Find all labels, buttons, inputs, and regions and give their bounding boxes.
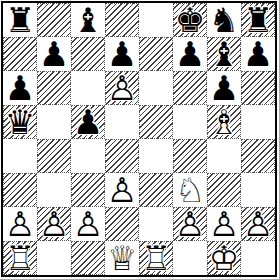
square-h2[interactable]: ♙: [241, 207, 275, 241]
black-knight-g8[interactable]: ♞: [209, 3, 239, 37]
white-rook-a1[interactable]: ♖: [5, 241, 35, 275]
square-e4[interactable]: [139, 139, 173, 173]
square-c1[interactable]: [71, 241, 105, 275]
square-c6[interactable]: [71, 71, 105, 105]
white-pawn-d3[interactable]: ♙: [107, 173, 137, 207]
square-h8[interactable]: ♜: [241, 3, 275, 37]
black-queen-a5[interactable]: ♛: [5, 105, 35, 139]
white-queen-d1[interactable]: ♕: [107, 241, 137, 275]
square-e3[interactable]: [139, 173, 173, 207]
black-pawn-g6[interactable]: ♟: [209, 71, 239, 105]
square-e6[interactable]: [139, 71, 173, 105]
square-g4[interactable]: [207, 139, 241, 173]
square-f8[interactable]: ♚: [173, 3, 207, 37]
square-g1[interactable]: ♔: [207, 241, 241, 275]
white-pawn-f2[interactable]: ♙: [175, 207, 205, 241]
square-h6[interactable]: [241, 71, 275, 105]
square-c4[interactable]: [71, 139, 105, 173]
square-a6[interactable]: ♟: [3, 71, 37, 105]
square-f7[interactable]: ♟: [173, 37, 207, 71]
square-g5[interactable]: ♗: [207, 105, 241, 139]
white-pawn-b2[interactable]: ♙: [39, 207, 69, 241]
square-h4[interactable]: [241, 139, 275, 173]
black-pawn-h7[interactable]: ♟: [243, 37, 273, 71]
square-h3[interactable]: [241, 173, 275, 207]
black-pawn-d7[interactable]: ♟: [107, 37, 137, 71]
white-pawn-d6[interactable]: ♙: [107, 71, 137, 105]
square-a5[interactable]: ♛: [3, 105, 37, 139]
square-g2[interactable]: ♙: [207, 207, 241, 241]
square-b7[interactable]: ♟: [37, 37, 71, 71]
black-bishop-c8[interactable]: ♝: [73, 3, 103, 37]
square-b6[interactable]: [37, 71, 71, 105]
black-pawn-b7[interactable]: ♟: [39, 37, 69, 71]
chess-board: ♜♝♚♞♜♟♟♟♝♟♟♙♟♛♟♗♙♘♙♙♙♙♙♙♖♕♖♔: [1, 1, 277, 277]
white-rook-e1[interactable]: ♖: [141, 241, 171, 275]
square-f3[interactable]: ♘: [173, 173, 207, 207]
square-c8[interactable]: ♝: [71, 3, 105, 37]
square-g7[interactable]: ♝: [207, 37, 241, 71]
black-pawn-c5[interactable]: ♟: [73, 105, 103, 139]
square-c2[interactable]: ♙: [71, 207, 105, 241]
square-b2[interactable]: ♙: [37, 207, 71, 241]
square-b3[interactable]: [37, 173, 71, 207]
square-f1[interactable]: [173, 241, 207, 275]
square-e8[interactable]: [139, 3, 173, 37]
square-e5[interactable]: [139, 105, 173, 139]
white-king-g1[interactable]: ♔: [209, 241, 239, 275]
square-b8[interactable]: [37, 3, 71, 37]
square-b4[interactable]: [37, 139, 71, 173]
square-a1[interactable]: ♖: [3, 241, 37, 275]
white-knight-f3[interactable]: ♘: [175, 173, 205, 207]
square-g8[interactable]: ♞: [207, 3, 241, 37]
white-pawn-g2[interactable]: ♙: [209, 207, 239, 241]
square-d6[interactable]: ♙: [105, 71, 139, 105]
square-d4[interactable]: [105, 139, 139, 173]
black-pawn-f7[interactable]: ♟: [175, 37, 205, 71]
square-d8[interactable]: [105, 3, 139, 37]
square-d1[interactable]: ♕: [105, 241, 139, 275]
square-f6[interactable]: [173, 71, 207, 105]
square-g3[interactable]: [207, 173, 241, 207]
square-b1[interactable]: [37, 241, 71, 275]
diagram-frame: ♜♝♚♞♜♟♟♟♝♟♟♙♟♛♟♗♙♘♙♙♙♙♙♙♖♕♖♔: [0, 0, 280, 280]
square-d3[interactable]: ♙: [105, 173, 139, 207]
square-h7[interactable]: ♟: [241, 37, 275, 71]
square-a4[interactable]: [3, 139, 37, 173]
square-c5[interactable]: ♟: [71, 105, 105, 139]
square-d2[interactable]: [105, 207, 139, 241]
square-f4[interactable]: [173, 139, 207, 173]
square-f5[interactable]: [173, 105, 207, 139]
square-e2[interactable]: [139, 207, 173, 241]
white-pawn-h2[interactable]: ♙: [243, 207, 273, 241]
square-a2[interactable]: ♙: [3, 207, 37, 241]
square-e7[interactable]: [139, 37, 173, 71]
black-rook-h8[interactable]: ♜: [243, 3, 273, 37]
square-a3[interactable]: [3, 173, 37, 207]
square-h1[interactable]: [241, 241, 275, 275]
square-e1[interactable]: ♖: [139, 241, 173, 275]
square-a7[interactable]: [3, 37, 37, 71]
square-d5[interactable]: [105, 105, 139, 139]
square-a8[interactable]: ♜: [3, 3, 37, 37]
square-d7[interactable]: ♟: [105, 37, 139, 71]
white-pawn-a2[interactable]: ♙: [5, 207, 35, 241]
black-pawn-a6[interactable]: ♟: [5, 71, 35, 105]
black-rook-a8[interactable]: ♜: [5, 3, 35, 37]
square-f2[interactable]: ♙: [173, 207, 207, 241]
square-c7[interactable]: [71, 37, 105, 71]
square-h5[interactable]: [241, 105, 275, 139]
white-bishop-g5[interactable]: ♗: [209, 105, 239, 139]
square-g6[interactable]: ♟: [207, 71, 241, 105]
white-pawn-c2[interactable]: ♙: [73, 207, 103, 241]
black-king-f8[interactable]: ♚: [175, 3, 205, 37]
square-b5[interactable]: [37, 105, 71, 139]
square-c3[interactable]: [71, 173, 105, 207]
black-bishop-g7[interactable]: ♝: [209, 37, 239, 71]
